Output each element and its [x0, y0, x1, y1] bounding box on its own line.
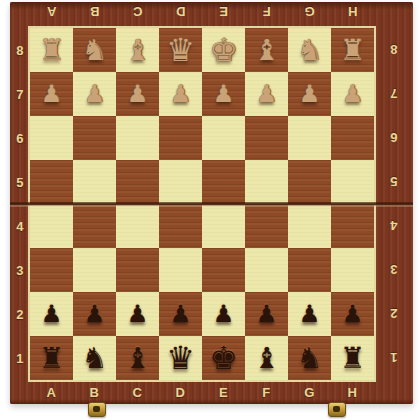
rank-label-left-3: 3	[10, 248, 30, 292]
rank-label-right-1: 1	[374, 336, 413, 380]
piece-black-rook[interactable]: ♜	[39, 344, 65, 373]
square-e1[interactable]: ♚	[202, 336, 245, 380]
square-g1[interactable]: ♞	[288, 336, 331, 380]
square-f4[interactable]	[245, 204, 288, 248]
square-h6[interactable]	[331, 116, 374, 160]
square-c6[interactable]	[116, 116, 159, 160]
rank-label-right-2: 2	[374, 292, 413, 336]
piece-black-bishop[interactable]: ♝	[125, 344, 151, 373]
piece-white-king[interactable]: ♚	[209, 34, 238, 66]
file-label-top-e: E	[202, 2, 245, 28]
file-label-bottom-g: G	[288, 380, 331, 404]
square-a5[interactable]	[30, 160, 73, 204]
piece-black-knight[interactable]: ♞	[82, 344, 108, 373]
rank-label-left-7: 7	[10, 72, 30, 116]
square-b5[interactable]	[73, 160, 116, 204]
rank-label-left-5: 5	[10, 160, 30, 204]
file-labels-top: ABCDEFGH	[30, 2, 374, 28]
file-label-bottom-f: F	[245, 380, 288, 404]
square-e3[interactable]	[202, 248, 245, 292]
square-h4[interactable]	[331, 204, 374, 248]
piece-black-bishop[interactable]: ♝	[254, 344, 280, 373]
board-grid: ♜♞♝♛♚♝♞♜♟♟♟♟♟♟♟♟♟♟♟♟♟♟♟♟♜♞♝♛♚♝♞♜	[30, 28, 374, 380]
square-f8[interactable]: ♝	[245, 28, 288, 72]
square-h7[interactable]: ♟	[331, 72, 374, 116]
rank-label-left-2: 2	[10, 292, 30, 336]
piece-white-bishop[interactable]: ♝	[125, 36, 151, 65]
square-c2[interactable]: ♟	[116, 292, 159, 336]
rank-label-left-1: 1	[10, 336, 30, 380]
square-d6[interactable]	[159, 116, 202, 160]
piece-white-knight[interactable]: ♞	[297, 36, 323, 65]
square-b8[interactable]: ♞	[73, 28, 116, 72]
square-f2[interactable]: ♟	[245, 292, 288, 336]
square-a2[interactable]: ♟	[30, 292, 73, 336]
file-label-top-d: D	[159, 2, 202, 28]
square-a3[interactable]	[30, 248, 73, 292]
file-label-top-g: G	[288, 2, 331, 28]
piece-white-queen[interactable]: ♛	[166, 34, 195, 66]
file-label-top-f: F	[245, 2, 288, 28]
rank-label-right-4: 4	[374, 204, 413, 248]
piece-white-rook[interactable]: ♜	[39, 36, 65, 65]
rank-label-right-5: 5	[374, 160, 413, 204]
square-a6[interactable]	[30, 116, 73, 160]
square-b7[interactable]: ♟	[73, 72, 116, 116]
square-h1[interactable]: ♜	[331, 336, 374, 380]
rank-label-right-6: 6	[374, 116, 413, 160]
square-d5[interactable]	[159, 160, 202, 204]
piece-black-knight[interactable]: ♞	[297, 344, 323, 373]
square-f6[interactable]	[245, 116, 288, 160]
square-g2[interactable]: ♟	[288, 292, 331, 336]
rank-labels-right: 87654321	[374, 28, 413, 380]
piece-white-knight[interactable]: ♞	[82, 36, 108, 65]
rank-label-left-8: 8	[10, 28, 30, 72]
square-d8[interactable]: ♛	[159, 28, 202, 72]
piece-white-rook[interactable]: ♜	[340, 36, 366, 65]
piece-white-bishop[interactable]: ♝	[254, 36, 280, 65]
square-g5[interactable]	[288, 160, 331, 204]
square-f3[interactable]	[245, 248, 288, 292]
file-labels-bottom: ABCDEFGH	[30, 380, 374, 404]
file-label-top-b: B	[73, 2, 116, 28]
file-label-bottom-e: E	[202, 380, 245, 404]
file-label-bottom-d: D	[159, 380, 202, 404]
piece-black-rook[interactable]: ♜	[340, 344, 366, 373]
hinge-icon	[88, 402, 106, 417]
piece-black-pawn[interactable]: ♟	[170, 302, 192, 326]
square-f1[interactable]: ♝	[245, 336, 288, 380]
square-h5[interactable]	[331, 160, 374, 204]
piece-black-pawn[interactable]: ♟	[299, 302, 321, 326]
piece-black-pawn[interactable]: ♟	[127, 302, 149, 326]
rank-labels-left: 87654321	[10, 28, 30, 380]
square-b1[interactable]: ♞	[73, 336, 116, 380]
square-a4[interactable]	[30, 204, 73, 248]
piece-white-pawn[interactable]: ♟	[41, 82, 63, 106]
square-d2[interactable]: ♟	[159, 292, 202, 336]
square-h2[interactable]: ♟	[331, 292, 374, 336]
square-b2[interactable]: ♟	[73, 292, 116, 336]
rank-label-right-3: 3	[374, 248, 413, 292]
square-g4[interactable]	[288, 204, 331, 248]
rank-label-left-4: 4	[10, 204, 30, 248]
file-label-bottom-a: A	[30, 380, 73, 404]
square-g7[interactable]: ♟	[288, 72, 331, 116]
square-a1[interactable]: ♜	[30, 336, 73, 380]
square-e6[interactable]	[202, 116, 245, 160]
square-c4[interactable]	[116, 204, 159, 248]
square-g3[interactable]	[288, 248, 331, 292]
piece-black-pawn[interactable]: ♟	[213, 302, 235, 326]
square-d7[interactable]: ♟	[159, 72, 202, 116]
square-e7[interactable]: ♟	[202, 72, 245, 116]
square-h3[interactable]	[331, 248, 374, 292]
square-e2[interactable]: ♟	[202, 292, 245, 336]
piece-white-pawn[interactable]: ♟	[299, 82, 321, 106]
piece-black-king[interactable]: ♚	[209, 342, 238, 374]
hinge-icon	[328, 402, 346, 417]
piece-black-pawn[interactable]: ♟	[342, 302, 364, 326]
square-c5[interactable]	[116, 160, 159, 204]
square-d4[interactable]	[159, 204, 202, 248]
chess-board: ABCDEFGH 87654321 87654321 ABCDEFGH ♜♞♝♛…	[10, 2, 413, 404]
file-label-top-c: C	[116, 2, 159, 28]
piece-black-pawn[interactable]: ♟	[256, 302, 278, 326]
piece-black-queen[interactable]: ♛	[166, 342, 195, 374]
square-a7[interactable]: ♟	[30, 72, 73, 116]
square-e4[interactable]	[202, 204, 245, 248]
square-c1[interactable]: ♝	[116, 336, 159, 380]
square-c3[interactable]	[116, 248, 159, 292]
file-label-bottom-b: B	[73, 380, 116, 404]
chess-set-photo: ABCDEFGH 87654321 87654321 ABCDEFGH ♜♞♝♛…	[0, 0, 420, 420]
rank-label-right-7: 7	[374, 72, 413, 116]
piece-black-pawn[interactable]: ♟	[84, 302, 106, 326]
square-b6[interactable]	[73, 116, 116, 160]
square-d3[interactable]	[159, 248, 202, 292]
square-f5[interactable]	[245, 160, 288, 204]
rank-label-left-6: 6	[10, 116, 30, 160]
square-h8[interactable]: ♜	[331, 28, 374, 72]
file-label-top-a: A	[30, 2, 73, 28]
piece-white-pawn[interactable]: ♟	[127, 82, 149, 106]
piece-black-pawn[interactable]: ♟	[41, 302, 63, 326]
square-c8[interactable]: ♝	[116, 28, 159, 72]
square-g8[interactable]: ♞	[288, 28, 331, 72]
piece-white-pawn[interactable]: ♟	[256, 82, 278, 106]
piece-white-pawn[interactable]: ♟	[170, 82, 192, 106]
square-c7[interactable]: ♟	[116, 72, 159, 116]
square-b4[interactable]	[73, 204, 116, 248]
square-d1[interactable]: ♛	[159, 336, 202, 380]
piece-white-pawn[interactable]: ♟	[213, 82, 235, 106]
square-f7[interactable]: ♟	[245, 72, 288, 116]
square-a8[interactable]: ♜	[30, 28, 73, 72]
square-e8[interactable]: ♚	[202, 28, 245, 72]
piece-white-pawn[interactable]: ♟	[84, 82, 106, 106]
file-label-bottom-c: C	[116, 380, 159, 404]
piece-white-pawn[interactable]: ♟	[342, 82, 364, 106]
square-g6[interactable]	[288, 116, 331, 160]
file-label-top-h: H	[331, 2, 374, 28]
square-e5[interactable]	[202, 160, 245, 204]
square-b3[interactable]	[73, 248, 116, 292]
file-label-bottom-h: H	[331, 380, 374, 404]
rank-label-right-8: 8	[374, 28, 413, 72]
